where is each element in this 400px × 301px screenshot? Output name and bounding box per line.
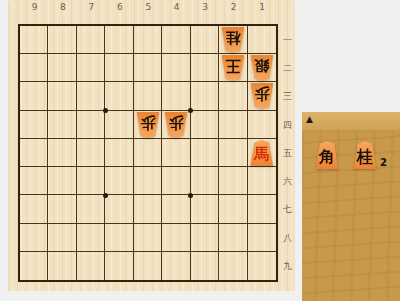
star-point [103,193,108,198]
board-cell[interactable] [20,252,48,280]
file-label: 8 [48,2,77,12]
board-cell[interactable] [134,54,162,82]
rank-label: 八 [280,232,295,245]
piece-kanji: 角 [319,149,335,165]
file-label: 9 [20,2,49,12]
board-cell[interactable] [105,252,133,280]
board-cell[interactable] [191,26,219,54]
board-cell[interactable] [134,224,162,252]
board-cell[interactable] [20,167,48,195]
piece-kanji: 歩 [140,115,155,130]
board-cell[interactable] [191,139,219,167]
board-cell[interactable] [162,195,190,223]
board-cell[interactable] [162,139,190,167]
board-cell[interactable] [162,82,190,110]
piece-kanji: 桂 [357,149,373,165]
komadai-top-edge: ▲ [302,112,400,131]
board-cell[interactable] [219,224,247,252]
piece-kanji: 桂 [226,31,241,46]
board-cell[interactable] [219,167,247,195]
piece-kanji: 歩 [254,87,269,102]
board-cell[interactable] [20,54,48,82]
board-cell[interactable] [48,26,76,54]
rank-label: 一 [280,34,295,47]
rank-label: 四 [280,119,295,132]
board-cell[interactable] [134,26,162,54]
board-cell[interactable] [162,167,190,195]
file-label: 4 [162,2,191,12]
board-cell[interactable] [134,167,162,195]
board-cell[interactable] [77,82,105,110]
board-cell[interactable] [105,26,133,54]
board-cell[interactable] [20,26,48,54]
star-point [188,193,193,198]
rank-label: 九 [280,260,295,273]
board-cell[interactable] [191,224,219,252]
board-cell[interactable] [105,54,133,82]
board-cell[interactable] [191,195,219,223]
shogi-board: 987654321 一二三四五六七八九 桂王銀歩歩歩馬 [8,0,295,291]
rank-label: 七 [280,203,295,216]
board-cell[interactable] [77,26,105,54]
board-cell[interactable] [48,82,76,110]
board-cell[interactable] [162,26,190,54]
board-cell[interactable] [20,139,48,167]
board-cell[interactable] [77,139,105,167]
board-cell[interactable] [48,111,76,139]
board-cell[interactable] [77,111,105,139]
rank-label: 五 [280,147,295,160]
board-cell[interactable] [248,167,276,195]
piece-kanji: 王 [226,59,241,74]
board-cell[interactable] [105,111,133,139]
board-cell[interactable] [219,139,247,167]
board-cell[interactable] [219,111,247,139]
board-cell[interactable] [191,54,219,82]
file-label: 6 [105,2,134,12]
board-cell[interactable] [162,54,190,82]
hand-piece[interactable]: 角 [315,141,339,169]
board-cell[interactable] [48,224,76,252]
board-cell[interactable] [48,139,76,167]
board-cell[interactable] [248,111,276,139]
board-cell[interactable] [48,252,76,280]
board-cell[interactable] [20,195,48,223]
file-label: 3 [191,2,220,12]
file-label: 2 [219,2,248,12]
board-cell[interactable] [105,195,133,223]
board-cell[interactable] [77,167,105,195]
board-cell[interactable] [134,139,162,167]
board-cell[interactable] [77,195,105,223]
board-cell[interactable] [105,167,133,195]
board-cell[interactable] [20,82,48,110]
piece-kanji: 歩 [169,115,184,130]
board-cell[interactable] [248,252,276,280]
board-cell[interactable] [20,224,48,252]
board-cell[interactable] [248,224,276,252]
board-cell[interactable] [248,26,276,54]
board-cell[interactable] [191,167,219,195]
file-label: 5 [134,2,163,12]
rank-label: 三 [280,90,295,103]
board-cell[interactable] [48,195,76,223]
board-cell[interactable] [105,82,133,110]
board-cell[interactable] [77,54,105,82]
board-cell[interactable] [219,252,247,280]
piece-kanji: 銀 [254,59,269,74]
board-cell[interactable] [77,224,105,252]
rank-label: 六 [280,175,295,188]
board-cell[interactable] [20,111,48,139]
hand-piece-count: 2 [380,158,387,168]
board-cell[interactable] [77,252,105,280]
board-cell[interactable] [48,54,76,82]
file-label: 7 [77,2,106,12]
board-cell[interactable] [48,167,76,195]
board-cell[interactable] [191,111,219,139]
sente-hand-panel: ▲ 角桂2 [302,112,400,301]
board-cell[interactable] [162,224,190,252]
board-cell[interactable] [191,252,219,280]
board-cell[interactable] [134,252,162,280]
board-cell[interactable] [248,195,276,223]
board-cell[interactable] [105,224,133,252]
star-point [103,108,108,113]
board-cell[interactable] [134,82,162,110]
rank-label: 二 [280,62,295,75]
board-cell[interactable] [162,252,190,280]
hand-piece[interactable]: 桂 [353,141,377,169]
piece-kanji: 馬 [254,147,269,162]
sente-turn-marker-icon: ▲ [306,115,313,124]
board-cell[interactable] [191,82,219,110]
board-cell[interactable] [219,82,247,110]
board-cell[interactable] [134,195,162,223]
file-label: 1 [248,2,277,12]
board-cell[interactable] [219,195,247,223]
board-cell[interactable] [105,139,133,167]
